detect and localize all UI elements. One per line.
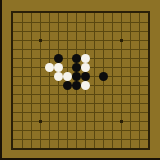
white-stone [81,81,90,90]
black-stone [54,54,63,63]
black-stone [63,81,72,90]
black-stone [99,72,108,81]
grid-line-horizontal [13,31,148,32]
star-point [120,39,123,42]
black-stone [72,72,81,81]
white-stone [63,72,72,81]
grid-line-vertical [22,13,23,148]
grid-line-horizontal [13,130,148,131]
grid-line-horizontal [13,94,148,95]
star-point [120,120,123,123]
white-stone [54,63,63,72]
white-stone [81,54,90,63]
star-point [39,39,42,42]
grid-line-horizontal [13,121,148,122]
grid-line-horizontal [13,49,148,50]
white-stone [45,63,54,72]
black-stone [72,81,81,90]
grid-line-vertical [130,13,131,148]
white-stone [81,63,90,72]
grid-line-horizontal [13,112,148,113]
game-window [0,0,160,160]
grid-line-vertical [49,13,50,148]
white-stone [54,72,63,81]
black-stone [72,54,81,63]
grid-line-horizontal [13,22,148,23]
grid-line-horizontal [13,40,148,41]
grid-line-horizontal [13,103,148,104]
grid-line-vertical [121,13,122,148]
grid-line-vertical [31,13,32,148]
grid-line-vertical [103,13,104,148]
grid-line-vertical [40,13,41,148]
grid-line-vertical [58,13,59,148]
star-point [39,120,42,123]
window-bottom-edge [0,158,160,160]
window-left-edge [0,0,2,160]
grid-line-horizontal [13,139,148,140]
grid-line-vertical [94,13,95,148]
grid-line-vertical [139,13,140,148]
black-stone [81,72,90,81]
black-stone [72,63,81,72]
grid-line-vertical [112,13,113,148]
